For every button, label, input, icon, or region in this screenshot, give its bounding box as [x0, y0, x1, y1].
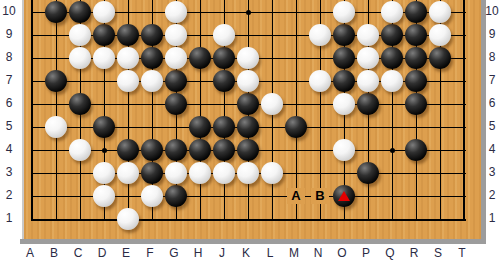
row-label-left-10: 10 — [0, 4, 18, 18]
stone-black-J8[interactable] — [213, 47, 235, 69]
go-board[interactable]: AB — [22, 0, 483, 239]
stone-white-S9[interactable] — [429, 24, 451, 46]
stone-white-D3[interactable] — [93, 162, 115, 184]
stone-white-F7[interactable] — [141, 70, 163, 92]
column-label-K: K — [238, 246, 254, 260]
grid-line-vertical-A — [31, 0, 33, 221]
stone-white-H3[interactable] — [189, 162, 211, 184]
column-label-R: R — [406, 246, 422, 260]
stone-black-O8[interactable] — [333, 47, 355, 69]
column-label-J: J — [214, 246, 230, 260]
column-label-B: B — [46, 246, 62, 260]
stone-black-F8[interactable] — [141, 47, 163, 69]
row-label-left-5: 5 — [0, 119, 18, 133]
stone-white-P7[interactable] — [357, 70, 379, 92]
stone-white-B5[interactable] — [45, 116, 67, 138]
stone-white-K8[interactable] — [237, 47, 259, 69]
stone-white-O10[interactable] — [333, 1, 355, 23]
stone-black-K4[interactable] — [237, 139, 259, 161]
row-label-right-10: 10 — [483, 4, 500, 18]
stone-black-Q8[interactable] — [381, 47, 403, 69]
stone-black-K5[interactable] — [237, 116, 259, 138]
stone-black-B10[interactable] — [45, 1, 67, 23]
stone-white-G3[interactable] — [165, 162, 187, 184]
stone-black-C10[interactable] — [69, 1, 91, 23]
stone-white-K7[interactable] — [237, 70, 259, 92]
column-label-E: E — [118, 246, 134, 260]
point-label-B[interactable]: B — [311, 188, 329, 204]
stone-black-D5[interactable] — [93, 116, 115, 138]
stone-black-G4[interactable] — [165, 139, 187, 161]
stone-black-J5[interactable] — [213, 116, 235, 138]
stone-black-R8[interactable] — [405, 47, 427, 69]
stone-black-R7[interactable] — [405, 70, 427, 92]
stone-white-G9[interactable] — [165, 24, 187, 46]
row-label-left-9: 9 — [0, 27, 18, 41]
stone-white-D10[interactable] — [93, 1, 115, 23]
grid-line-vertical-H — [200, 0, 201, 221]
board-bottom-border — [20, 239, 486, 244]
stone-black-M5[interactable] — [285, 116, 307, 138]
point-label-A[interactable]: A — [287, 188, 305, 204]
star-point-K10 — [246, 10, 251, 15]
stone-black-H4[interactable] — [189, 139, 211, 161]
row-label-right-3: 3 — [483, 165, 500, 179]
star-point-Q4 — [390, 148, 395, 153]
row-label-left-1: 1 — [0, 211, 18, 225]
row-label-left-6: 6 — [0, 96, 18, 110]
column-label-C: C — [70, 246, 86, 260]
stone-white-Q7[interactable] — [381, 70, 403, 92]
column-label-T: T — [454, 246, 470, 260]
stone-black-O7[interactable] — [333, 70, 355, 92]
stone-black-R4[interactable] — [405, 139, 427, 161]
stone-white-Q10[interactable] — [381, 1, 403, 23]
row-label-right-2: 2 — [483, 188, 500, 202]
column-label-Q: Q — [382, 246, 398, 260]
stone-black-J7[interactable] — [213, 70, 235, 92]
triangle-marker — [338, 191, 350, 201]
stone-black-Q9[interactable] — [381, 24, 403, 46]
stone-white-K3[interactable] — [237, 162, 259, 184]
stone-black-R9[interactable] — [405, 24, 427, 46]
stone-white-L3[interactable] — [261, 162, 283, 184]
stone-white-N9[interactable] — [309, 24, 331, 46]
stone-white-P9[interactable] — [357, 24, 379, 46]
stone-white-G8[interactable] — [165, 47, 187, 69]
row-label-right-9: 9 — [483, 27, 500, 41]
stone-black-P6[interactable] — [357, 93, 379, 115]
column-label-P: P — [358, 246, 374, 260]
column-label-O: O — [334, 246, 350, 260]
grid-line-row-1 — [31, 219, 466, 221]
grid-line-vertical-T — [463, 0, 465, 221]
stone-white-C9[interactable] — [69, 24, 91, 46]
stone-white-S10[interactable] — [429, 1, 451, 23]
row-label-right-6: 6 — [483, 96, 500, 110]
stone-white-N7[interactable] — [309, 70, 331, 92]
row-label-left-8: 8 — [0, 50, 18, 64]
stone-black-B7[interactable] — [45, 70, 67, 92]
row-label-right-1: 1 — [483, 211, 500, 225]
stone-white-E3[interactable] — [117, 162, 139, 184]
stone-white-C8[interactable] — [69, 47, 91, 69]
stone-white-D8[interactable] — [93, 47, 115, 69]
star-point-D4 — [102, 148, 107, 153]
row-label-left-7: 7 — [0, 73, 18, 87]
stone-black-K6[interactable] — [237, 93, 259, 115]
stone-black-C6[interactable] — [69, 93, 91, 115]
stone-black-R10[interactable] — [405, 1, 427, 23]
stone-white-O6[interactable] — [333, 93, 355, 115]
stone-white-O4[interactable] — [333, 139, 355, 161]
column-label-H: H — [190, 246, 206, 260]
column-label-L: L — [262, 246, 278, 260]
stone-black-F4[interactable] — [141, 139, 163, 161]
stone-white-L6[interactable] — [261, 93, 283, 115]
stone-black-F3[interactable] — [141, 162, 163, 184]
row-label-right-7: 7 — [483, 73, 500, 87]
stone-white-E7[interactable] — [117, 70, 139, 92]
stone-white-C4[interactable] — [69, 139, 91, 161]
stone-black-H8[interactable] — [189, 47, 211, 69]
stone-black-E9[interactable] — [117, 24, 139, 46]
row-label-left-2: 2 — [0, 188, 18, 202]
row-label-right-5: 5 — [483, 119, 500, 133]
column-label-A: A — [22, 246, 38, 260]
stone-white-E8[interactable] — [117, 47, 139, 69]
stone-black-H5[interactable] — [189, 116, 211, 138]
stone-white-E1[interactable] — [117, 208, 139, 230]
column-label-G: G — [166, 246, 182, 260]
go-app-screen: AB 10987654321 10987654321 ABCDEFGHJKLMN… — [0, 0, 500, 260]
stone-black-P3[interactable] — [357, 162, 379, 184]
stone-black-E4[interactable] — [117, 139, 139, 161]
stone-white-G10[interactable] — [165, 1, 187, 23]
row-label-left-4: 4 — [0, 142, 18, 156]
column-label-M: M — [286, 246, 302, 260]
stone-white-P8[interactable] — [357, 47, 379, 69]
stone-white-D2[interactable] — [93, 185, 115, 207]
stone-black-S8[interactable] — [429, 47, 451, 69]
row-label-right-8: 8 — [483, 50, 500, 64]
stone-white-J9[interactable] — [213, 24, 235, 46]
stone-black-F9[interactable] — [141, 24, 163, 46]
grid-line-vertical-B — [56, 0, 57, 221]
stone-black-J4[interactable] — [213, 139, 235, 161]
stone-black-O9[interactable] — [333, 24, 355, 46]
column-label-D: D — [94, 246, 110, 260]
row-label-left-3: 3 — [0, 165, 18, 179]
row-label-right-4: 4 — [483, 142, 500, 156]
stone-black-G6[interactable] — [165, 93, 187, 115]
stone-black-G7[interactable] — [165, 70, 187, 92]
column-label-N: N — [310, 246, 326, 260]
column-label-S: S — [430, 246, 446, 260]
stone-black-G2[interactable] — [165, 185, 187, 207]
column-label-F: F — [142, 246, 158, 260]
stone-black-D9[interactable] — [93, 24, 115, 46]
stone-white-J3[interactable] — [213, 162, 235, 184]
stone-black-R6[interactable] — [405, 93, 427, 115]
stone-white-F2[interactable] — [141, 185, 163, 207]
